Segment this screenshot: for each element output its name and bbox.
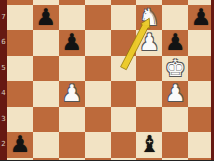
square-a3[interactable]	[7, 107, 33, 133]
square-f3[interactable]	[136, 107, 162, 133]
square-c6[interactable]: ♟	[59, 30, 85, 56]
rank-label-2: 2	[0, 141, 7, 148]
square-b1[interactable]: ♜	[33, 158, 59, 161]
rank-label-4: 4	[0, 90, 7, 97]
rank-label-3: 3	[0, 116, 7, 123]
square-e2[interactable]	[111, 132, 137, 158]
rank-label-7: 7	[0, 14, 7, 21]
square-e6[interactable]	[111, 30, 137, 56]
square-a7[interactable]	[7, 5, 33, 31]
square-f5[interactable]	[136, 56, 162, 82]
square-c5[interactable]	[59, 56, 85, 82]
square-d1[interactable]	[85, 158, 111, 161]
square-a4[interactable]	[7, 81, 33, 107]
piece-black-bishop-f2[interactable]: ♝	[139, 132, 160, 157]
square-a5[interactable]	[7, 56, 33, 82]
square-c4[interactable]: ♟	[59, 81, 85, 107]
square-d6[interactable]	[85, 30, 111, 56]
square-f2[interactable]: ♝	[136, 132, 162, 158]
square-g4[interactable]: ♟	[162, 81, 188, 107]
piece-black-pawn-g6[interactable]: ♟	[165, 30, 186, 55]
board-left-border	[0, 0, 7, 160]
square-g7[interactable]	[162, 5, 188, 31]
chess-board-screenshot: ♛♚♟♞♟♟♟♟♚♟♟♟♝♜♜ 765432	[0, 0, 214, 160]
piece-black-pawn-a2[interactable]: ♟	[10, 132, 31, 157]
square-d3[interactable]	[85, 107, 111, 133]
square-b7[interactable]: ♟	[33, 5, 59, 31]
square-g2[interactable]	[162, 132, 188, 158]
square-c1[interactable]	[59, 158, 85, 161]
square-f7[interactable]: ♞	[136, 5, 162, 31]
piece-white-king-g5[interactable]: ♚	[165, 56, 186, 81]
piece-white-pawn-f6[interactable]: ♟	[139, 30, 160, 55]
square-e1[interactable]: ♜	[111, 158, 137, 161]
square-b5[interactable]	[33, 56, 59, 82]
square-d4[interactable]	[85, 81, 111, 107]
square-b4[interactable]	[33, 81, 59, 107]
square-e5[interactable]	[111, 56, 137, 82]
square-g3[interactable]	[162, 107, 188, 133]
square-e4[interactable]	[111, 81, 137, 107]
square-d5[interactable]	[85, 56, 111, 82]
square-e7[interactable]	[111, 5, 137, 31]
square-d2[interactable]	[85, 132, 111, 158]
square-f1[interactable]	[136, 158, 162, 161]
piece-white-pawn-g4[interactable]: ♟	[165, 81, 186, 106]
piece-black-pawn-c6[interactable]: ♟	[61, 30, 82, 55]
piece-white-knight-f7[interactable]: ♞	[139, 5, 160, 30]
piece-black-pawn-b7[interactable]: ♟	[36, 5, 57, 30]
square-f6[interactable]: ♟	[136, 30, 162, 56]
square-f4[interactable]	[136, 81, 162, 107]
square-c2[interactable]	[59, 132, 85, 158]
square-a1[interactable]	[7, 158, 33, 161]
square-c7[interactable]	[59, 5, 85, 31]
square-e3[interactable]	[111, 107, 137, 133]
piece-black-rook-e1[interactable]: ♜	[113, 158, 134, 160]
square-a6[interactable]	[7, 30, 33, 56]
square-b6[interactable]	[33, 30, 59, 56]
square-c3[interactable]	[59, 107, 85, 133]
piece-black-pawn-h7[interactable]: ♟	[191, 5, 212, 30]
square-b3[interactable]	[33, 107, 59, 133]
square-g1[interactable]	[162, 158, 188, 161]
square-g5[interactable]: ♚	[162, 56, 188, 82]
rank-label-5: 5	[0, 65, 7, 72]
piece-black-rook-b1[interactable]: ♜	[36, 158, 57, 160]
square-b2[interactable]	[33, 132, 59, 158]
square-d7[interactable]	[85, 5, 111, 31]
square-g6[interactable]: ♟	[162, 30, 188, 56]
chess-board: ♛♚♟♞♟♟♟♟♚♟♟♟♝♜♜	[7, 0, 214, 160]
rank-label-6: 6	[0, 39, 7, 46]
square-a2[interactable]: ♟	[7, 132, 33, 158]
piece-white-pawn-c4[interactable]: ♟	[61, 81, 82, 106]
board-right-border	[211, 0, 214, 160]
